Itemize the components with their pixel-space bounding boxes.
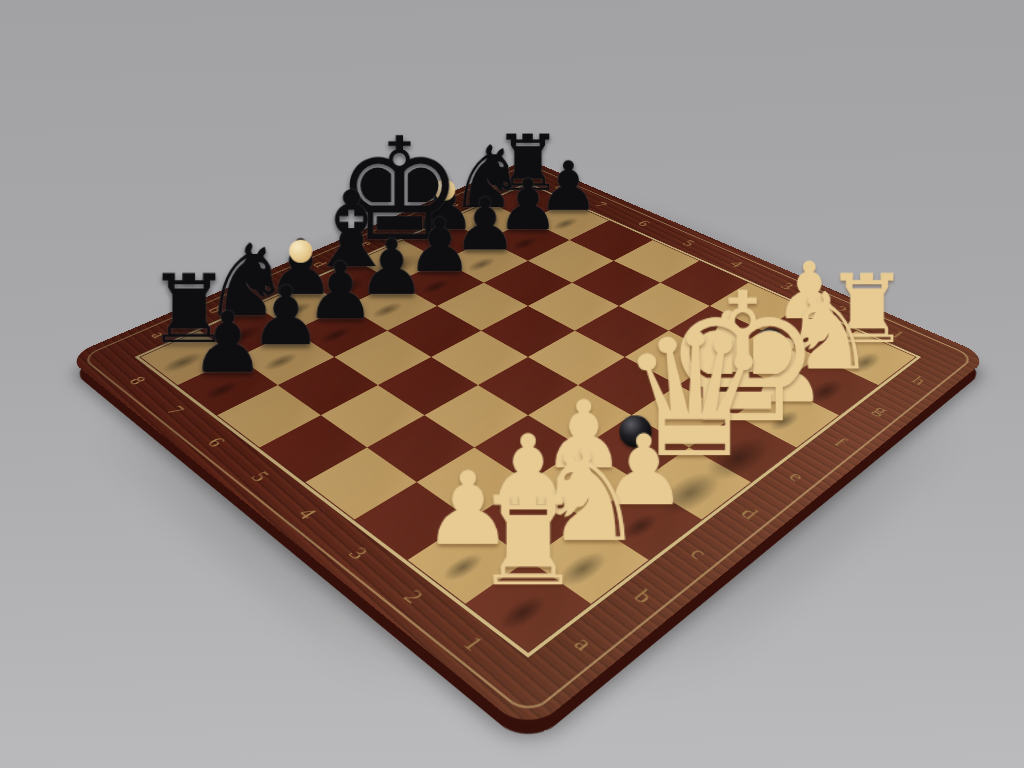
render-background: abcdefghabcdefgh8765432187654321♜♞♟♟♟♚♟♝… (0, 0, 1024, 768)
rook-glyph: ♜ (473, 482, 582, 604)
scene: abcdefghabcdefgh8765432187654321♜♞♟♟♟♚♟♝… (0, 0, 1024, 768)
pawn-glyph: ♟ (190, 301, 265, 385)
chessboard: abcdefghabcdefgh8765432187654321♜♞♟♟♟♚♟♝… (66, 159, 989, 733)
